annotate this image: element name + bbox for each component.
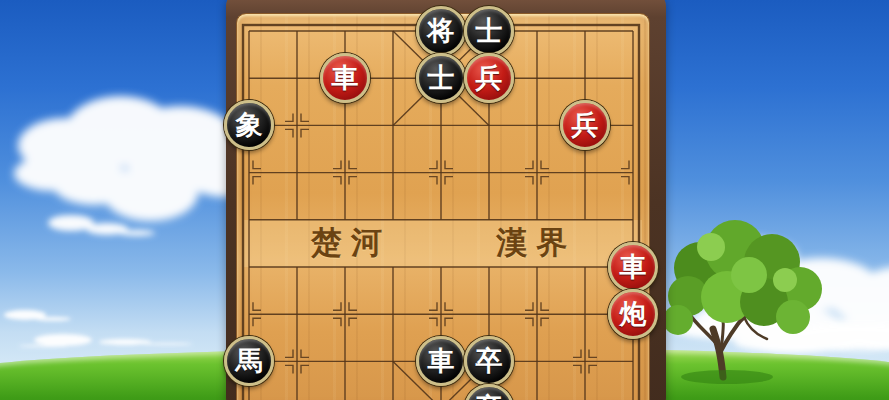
piece-black-士[interactable]: 士 — [416, 53, 466, 103]
xiangqi-board[interactable]: 楚河 漢界 将士車士兵象兵車炮馬車卒卒 — [236, 13, 650, 400]
river-label-han-jie: 漢界 — [496, 222, 576, 264]
piece-black-卒[interactable]: 卒 — [464, 336, 514, 386]
piece-black-馬[interactable]: 馬 — [224, 336, 274, 386]
piece-black-士[interactable]: 士 — [464, 6, 514, 56]
piece-red-兵[interactable]: 兵 — [464, 53, 514, 103]
piece-red-炮[interactable]: 炮 — [608, 289, 658, 339]
piece-black-車[interactable]: 車 — [416, 336, 466, 386]
cloud — [48, 215, 94, 231]
tree — [645, 205, 845, 390]
tree-foliage — [663, 220, 822, 384]
cloud — [34, 334, 92, 346]
piece-black-象[interactable]: 象 — [224, 100, 274, 150]
river-label-chu-he: 楚河 — [311, 222, 391, 264]
piece-red-車[interactable]: 車 — [608, 242, 658, 292]
piece-red-兵[interactable]: 兵 — [560, 100, 610, 150]
piece-black-将[interactable]: 将 — [416, 6, 466, 56]
cloud — [4, 310, 46, 320]
cloud — [18, 118, 113, 173]
piece-red-車[interactable]: 車 — [320, 53, 370, 103]
scene: 楚河 漢界 将士車士兵象兵車炮馬車卒卒 — [0, 0, 889, 400]
